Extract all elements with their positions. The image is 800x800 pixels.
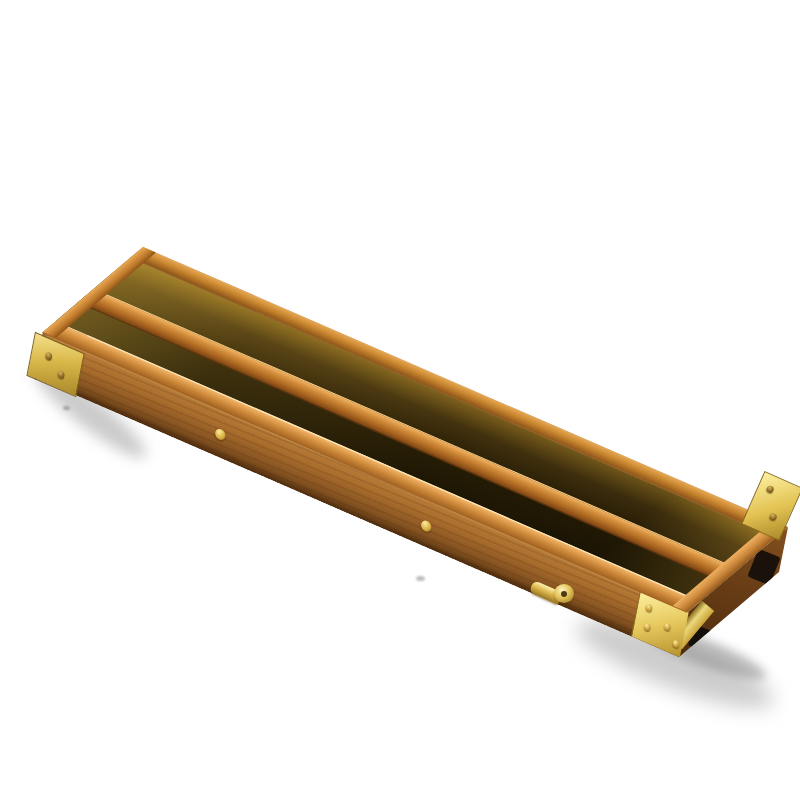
screw xyxy=(672,639,680,649)
screw xyxy=(663,622,671,632)
screw xyxy=(766,485,775,494)
screw xyxy=(45,351,53,361)
screw xyxy=(645,603,653,613)
abacus-product-photo xyxy=(0,0,800,800)
screw xyxy=(769,512,778,521)
knob-hole xyxy=(561,591,567,597)
screw xyxy=(643,622,651,632)
shadow-speck xyxy=(416,576,425,581)
brass-knob xyxy=(524,574,594,619)
shadow-speck xyxy=(63,406,70,410)
screw xyxy=(57,370,65,380)
